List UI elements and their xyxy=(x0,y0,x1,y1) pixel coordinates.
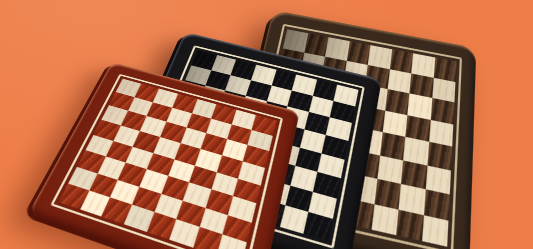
board-square xyxy=(407,93,431,119)
inlay-line xyxy=(50,74,283,249)
board-field-wrap xyxy=(59,79,277,249)
board-field xyxy=(59,79,277,249)
board-square xyxy=(432,77,456,102)
board-square xyxy=(422,214,449,246)
photo-background xyxy=(0,0,533,249)
board-square xyxy=(396,209,423,241)
board-square xyxy=(371,204,399,236)
board-square xyxy=(368,45,392,69)
board-square xyxy=(380,132,406,160)
board-square xyxy=(304,33,329,56)
